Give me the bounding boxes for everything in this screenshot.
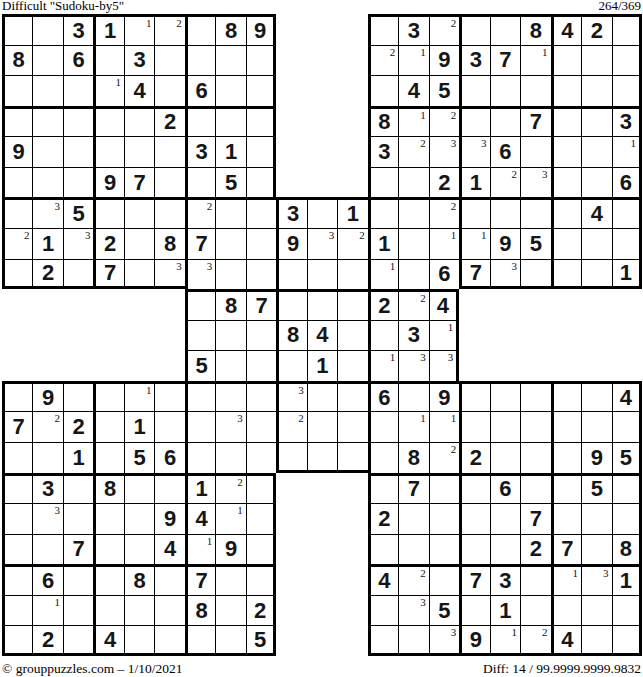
cell-r5c8[interactable] — [246, 167, 276, 198]
cell-r14c14[interactable]: 2 — [429, 442, 459, 473]
cell-r8c8[interactable] — [246, 259, 276, 290]
cell-r4c4[interactable] — [124, 136, 154, 167]
cell-r1c15[interactable]: 3 — [459, 45, 489, 76]
cell-r11c11[interactable] — [337, 350, 367, 381]
cell-r19c2[interactable] — [63, 595, 93, 626]
cell-r0c2[interactable]: 3 — [63, 14, 93, 45]
cell-r16c17[interactable]: 7 — [520, 503, 550, 534]
cell-r3c14[interactable]: 2 — [429, 106, 459, 137]
cell-r4c8[interactable] — [246, 136, 276, 167]
cell-r0c14[interactable]: 2 — [429, 14, 459, 45]
cell-r14c1[interactable] — [32, 442, 62, 473]
cell-r3c4[interactable] — [124, 106, 154, 137]
cell-r6c19[interactable]: 4 — [581, 197, 611, 228]
cell-r17c7[interactable]: 9 — [215, 534, 245, 565]
cell-r14c12[interactable] — [368, 442, 398, 473]
cell-r16c18[interactable] — [551, 503, 581, 534]
cell-r9c6[interactable] — [185, 289, 215, 320]
cell-r4c15[interactable]: 3 — [459, 136, 489, 167]
cell-r7c20[interactable] — [612, 228, 642, 259]
cell-r9c8[interactable]: 7 — [246, 289, 276, 320]
cell-r6c13[interactable] — [398, 197, 428, 228]
cell-r19c13[interactable]: 3 — [398, 595, 428, 626]
cell-r18c3[interactable] — [93, 564, 123, 595]
cell-r12c17[interactable] — [520, 381, 550, 412]
cell-r5c15[interactable]: 1 — [459, 167, 489, 198]
cell-r16c3[interactable] — [93, 503, 123, 534]
cell-r4c20[interactable]: 1 — [612, 136, 642, 167]
cell-r0c1[interactable] — [32, 14, 62, 45]
cell-r7c19[interactable] — [581, 228, 611, 259]
cell-r7c10[interactable]: 3 — [307, 228, 337, 259]
cell-r13c19[interactable] — [581, 411, 611, 442]
cell-r4c3[interactable] — [93, 136, 123, 167]
cell-r6c8[interactable] — [246, 197, 276, 228]
cell-r19c6[interactable]: 8 — [185, 595, 215, 626]
cell-r15c15[interactable] — [459, 473, 489, 504]
cell-r19c7[interactable] — [215, 595, 245, 626]
cell-r14c19[interactable]: 9 — [581, 442, 611, 473]
cell-r8c0[interactable] — [2, 259, 32, 290]
cell-r7c17[interactable]: 5 — [520, 228, 550, 259]
cell-r19c15[interactable] — [459, 595, 489, 626]
cell-r2c13[interactable]: 4 — [398, 75, 428, 106]
cell-r10c6[interactable] — [185, 320, 215, 351]
cell-r15c5[interactable] — [154, 473, 184, 504]
cell-r19c18[interactable] — [551, 595, 581, 626]
cell-r2c1[interactable] — [32, 75, 62, 106]
cell-r10c13[interactable]: 3 — [398, 320, 428, 351]
cell-r12c14[interactable]: 9 — [429, 381, 459, 412]
cell-r5c0[interactable] — [2, 167, 32, 198]
cell-r8c20[interactable]: 1 — [612, 259, 642, 290]
cell-r6c10[interactable] — [307, 197, 337, 228]
cell-r14c7[interactable] — [215, 442, 245, 473]
cell-r5c6[interactable] — [185, 167, 215, 198]
cell-r11c14[interactable]: 3 — [429, 350, 459, 381]
cell-r14c2[interactable]: 1 — [63, 442, 93, 473]
cell-r19c4[interactable] — [124, 595, 154, 626]
cell-r13c0[interactable]: 7 — [2, 411, 32, 442]
cell-r12c16[interactable] — [490, 381, 520, 412]
cell-r18c16[interactable]: 3 — [490, 564, 520, 595]
cell-r5c14[interactable]: 2 — [429, 167, 459, 198]
cell-r6c18[interactable] — [551, 197, 581, 228]
cell-r3c8[interactable] — [246, 106, 276, 137]
cell-r17c16[interactable] — [490, 534, 520, 565]
cell-r2c12[interactable] — [368, 75, 398, 106]
cell-r13c4[interactable]: 1 — [124, 411, 154, 442]
cell-r4c13[interactable]: 2 — [398, 136, 428, 167]
cell-r14c9[interactable] — [276, 442, 306, 473]
cell-r20c16[interactable]: 1 — [490, 625, 520, 656]
cell-r2c4[interactable]: 4 — [124, 75, 154, 106]
cell-r1c8[interactable] — [246, 45, 276, 76]
cell-r15c12[interactable] — [368, 473, 398, 504]
cell-r11c12[interactable]: 1 — [368, 350, 398, 381]
cell-r17c15[interactable] — [459, 534, 489, 565]
cell-r8c11[interactable] — [337, 259, 367, 290]
cell-r13c18[interactable] — [551, 411, 581, 442]
cell-r1c5[interactable] — [154, 45, 184, 76]
cell-r9c9[interactable] — [276, 289, 306, 320]
cell-r1c3[interactable] — [93, 45, 123, 76]
cell-r16c4[interactable] — [124, 503, 154, 534]
cell-r13c3[interactable] — [93, 411, 123, 442]
cell-r8c12[interactable]: 1 — [368, 259, 398, 290]
cell-r8c5[interactable]: 3 — [154, 259, 184, 290]
cell-r6c17[interactable] — [520, 197, 550, 228]
cell-r5c4[interactable]: 7 — [124, 167, 154, 198]
cell-r1c16[interactable]: 7 — [490, 45, 520, 76]
cell-r17c1[interactable] — [32, 534, 62, 565]
cell-r15c4[interactable] — [124, 473, 154, 504]
cell-r15c3[interactable]: 8 — [93, 473, 123, 504]
cell-r19c1[interactable]: 1 — [32, 595, 62, 626]
cell-r15c0[interactable] — [2, 473, 32, 504]
cell-r3c7[interactable] — [215, 106, 245, 137]
cell-r3c2[interactable] — [63, 106, 93, 137]
cell-r10c10[interactable]: 4 — [307, 320, 337, 351]
cell-r3c12[interactable]: 8 — [368, 106, 398, 137]
cell-r15c6[interactable]: 1 — [185, 473, 215, 504]
cell-r17c0[interactable] — [2, 534, 32, 565]
cell-r18c2[interactable] — [63, 564, 93, 595]
cell-r2c15[interactable] — [459, 75, 489, 106]
cell-r1c14[interactable]: 9 — [429, 45, 459, 76]
cell-r16c13[interactable] — [398, 503, 428, 534]
cell-r3c1[interactable] — [32, 106, 62, 137]
cell-r1c1[interactable] — [32, 45, 62, 76]
cell-r20c15[interactable]: 9 — [459, 625, 489, 656]
cell-r0c20[interactable] — [612, 14, 642, 45]
cell-r2c19[interactable] — [581, 75, 611, 106]
cell-r13c15[interactable] — [459, 411, 489, 442]
cell-r17c8[interactable] — [246, 534, 276, 565]
cell-r12c3[interactable] — [93, 381, 123, 412]
cell-r12c5[interactable] — [154, 381, 184, 412]
cell-r8c7[interactable] — [215, 259, 245, 290]
cell-r12c0[interactable] — [2, 381, 32, 412]
cell-r14c18[interactable] — [551, 442, 581, 473]
cell-r20c14[interactable]: 3 — [429, 625, 459, 656]
cell-r20c4[interactable] — [124, 625, 154, 656]
cell-r0c16[interactable] — [490, 14, 520, 45]
cell-r15c14[interactable] — [429, 473, 459, 504]
cell-r0c4[interactable]: 1 — [124, 14, 154, 45]
cell-r5c3[interactable]: 9 — [93, 167, 123, 198]
cell-r18c5[interactable] — [154, 564, 184, 595]
cell-r17c4[interactable] — [124, 534, 154, 565]
cell-r5c7[interactable]: 5 — [215, 167, 245, 198]
cell-r19c0[interactable] — [2, 595, 32, 626]
cell-r13c5[interactable] — [154, 411, 184, 442]
cell-r19c5[interactable] — [154, 595, 184, 626]
cell-r19c16[interactable]: 1 — [490, 595, 520, 626]
cell-r15c20[interactable] — [612, 473, 642, 504]
cell-r18c8[interactable] — [246, 564, 276, 595]
cell-r16c19[interactable] — [581, 503, 611, 534]
cell-r14c3[interactable] — [93, 442, 123, 473]
cell-r3c15[interactable] — [459, 106, 489, 137]
cell-r16c2[interactable] — [63, 503, 93, 534]
cell-r12c4[interactable]: 1 — [124, 381, 154, 412]
cell-r7c4[interactable] — [124, 228, 154, 259]
cell-r1c7[interactable] — [215, 45, 245, 76]
cell-r18c14[interactable] — [429, 564, 459, 595]
cell-r2c5[interactable] — [154, 75, 184, 106]
cell-r13c12[interactable] — [368, 411, 398, 442]
cell-r20c2[interactable] — [63, 625, 93, 656]
cell-r4c17[interactable] — [520, 136, 550, 167]
cell-r13c20[interactable] — [612, 411, 642, 442]
cell-r17c20[interactable]: 8 — [612, 534, 642, 565]
cell-r13c16[interactable] — [490, 411, 520, 442]
cell-r20c12[interactable] — [368, 625, 398, 656]
cell-r10c8[interactable] — [246, 320, 276, 351]
cell-r4c5[interactable] — [154, 136, 184, 167]
cell-r14c5[interactable]: 6 — [154, 442, 184, 473]
cell-r6c12[interactable] — [368, 197, 398, 228]
cell-r4c1[interactable] — [32, 136, 62, 167]
cell-r2c16[interactable] — [490, 75, 520, 106]
cell-r8c13[interactable] — [398, 259, 428, 290]
cell-r4c12[interactable]: 3 — [368, 136, 398, 167]
cell-r0c13[interactable]: 3 — [398, 14, 428, 45]
cell-r13c6[interactable] — [185, 411, 215, 442]
cell-r20c13[interactable] — [398, 625, 428, 656]
cell-r8c10[interactable] — [307, 259, 337, 290]
cell-r16c8[interactable] — [246, 503, 276, 534]
cell-r11c13[interactable]: 3 — [398, 350, 428, 381]
cell-r14c11[interactable] — [337, 442, 367, 473]
cell-r10c11[interactable] — [337, 320, 367, 351]
cell-r12c13[interactable] — [398, 381, 428, 412]
cell-r3c0[interactable] — [2, 106, 32, 137]
cell-r1c18[interactable] — [551, 45, 581, 76]
cell-r7c13[interactable] — [398, 228, 428, 259]
cell-r2c17[interactable] — [520, 75, 550, 106]
cell-r8c2[interactable] — [63, 259, 93, 290]
cell-r1c20[interactable] — [612, 45, 642, 76]
cell-r5c20[interactable]: 6 — [612, 167, 642, 198]
cell-r12c15[interactable] — [459, 381, 489, 412]
cell-r4c7[interactable]: 1 — [215, 136, 245, 167]
cell-r20c1[interactable]: 2 — [32, 625, 62, 656]
cell-r17c12[interactable] — [368, 534, 398, 565]
cell-r3c3[interactable] — [93, 106, 123, 137]
cell-r6c2[interactable]: 5 — [63, 197, 93, 228]
cell-r13c13[interactable]: 1 — [398, 411, 428, 442]
cell-r2c3[interactable]: 1 — [93, 75, 123, 106]
cell-r1c0[interactable]: 8 — [2, 45, 32, 76]
cell-r20c17[interactable]: 2 — [520, 625, 550, 656]
cell-r13c11[interactable] — [337, 411, 367, 442]
cell-r15c8[interactable] — [246, 473, 276, 504]
cell-r7c2[interactable]: 3 — [63, 228, 93, 259]
cell-r17c17[interactable]: 2 — [520, 534, 550, 565]
cell-r7c9[interactable]: 9 — [276, 228, 306, 259]
cell-r15c13[interactable]: 7 — [398, 473, 428, 504]
cell-r1c19[interactable] — [581, 45, 611, 76]
cell-r14c17[interactable] — [520, 442, 550, 473]
cell-r12c19[interactable] — [581, 381, 611, 412]
cell-r17c2[interactable]: 7 — [63, 534, 93, 565]
cell-r4c0[interactable]: 9 — [2, 136, 32, 167]
cell-r6c14[interactable]: 2 — [429, 197, 459, 228]
cell-r20c3[interactable]: 4 — [93, 625, 123, 656]
cell-r18c18[interactable]: 1 — [551, 564, 581, 595]
cell-r5c5[interactable] — [154, 167, 184, 198]
cell-r13c17[interactable] — [520, 411, 550, 442]
cell-r16c15[interactable] — [459, 503, 489, 534]
cell-r14c10[interactable] — [307, 442, 337, 473]
cell-r16c7[interactable]: 1 — [215, 503, 245, 534]
cell-r1c12[interactable]: 2 — [368, 45, 398, 76]
cell-r7c0[interactable]: 2 — [2, 228, 32, 259]
cell-r20c5[interactable] — [154, 625, 184, 656]
cell-r10c14[interactable]: 1 — [429, 320, 459, 351]
cell-r18c17[interactable] — [520, 564, 550, 595]
cell-r18c13[interactable]: 2 — [398, 564, 428, 595]
cell-r0c18[interactable]: 4 — [551, 14, 581, 45]
cell-r2c18[interactable] — [551, 75, 581, 106]
cell-r17c13[interactable] — [398, 534, 428, 565]
cell-r5c17[interactable]: 3 — [520, 167, 550, 198]
cell-r8c16[interactable]: 3 — [490, 259, 520, 290]
cell-r12c12[interactable]: 6 — [368, 381, 398, 412]
cell-r14c0[interactable] — [2, 442, 32, 473]
cell-r8c19[interactable] — [581, 259, 611, 290]
cell-r0c7[interactable]: 8 — [215, 14, 245, 45]
cell-r5c16[interactable]: 2 — [490, 167, 520, 198]
cell-r3c18[interactable] — [551, 106, 581, 137]
cell-r7c14[interactable]: 1 — [429, 228, 459, 259]
cell-r19c12[interactable] — [368, 595, 398, 626]
cell-r14c13[interactable]: 8 — [398, 442, 428, 473]
cell-r17c3[interactable] — [93, 534, 123, 565]
cell-r13c9[interactable]: 2 — [276, 411, 306, 442]
cell-r20c7[interactable] — [215, 625, 245, 656]
cell-r18c6[interactable]: 7 — [185, 564, 215, 595]
cell-r12c11[interactable] — [337, 381, 367, 412]
cell-r10c9[interactable]: 8 — [276, 320, 306, 351]
cell-r3c17[interactable]: 7 — [520, 106, 550, 137]
cell-r14c4[interactable]: 5 — [124, 442, 154, 473]
cell-r20c19[interactable] — [581, 625, 611, 656]
cell-r0c0[interactable] — [2, 14, 32, 45]
cell-r4c2[interactable] — [63, 136, 93, 167]
cell-r14c15[interactable]: 2 — [459, 442, 489, 473]
cell-r12c6[interactable] — [185, 381, 215, 412]
cell-r20c8[interactable]: 5 — [246, 625, 276, 656]
cell-r0c15[interactable] — [459, 14, 489, 45]
cell-r16c1[interactable]: 3 — [32, 503, 62, 534]
cell-r12c2[interactable] — [63, 381, 93, 412]
cell-r12c10[interactable] — [307, 381, 337, 412]
cell-r2c2[interactable] — [63, 75, 93, 106]
cell-r10c12[interactable] — [368, 320, 398, 351]
cell-r20c20[interactable] — [612, 625, 642, 656]
cell-r1c4[interactable]: 3 — [124, 45, 154, 76]
cell-r4c19[interactable] — [581, 136, 611, 167]
cell-r19c3[interactable] — [93, 595, 123, 626]
cell-r6c15[interactable] — [459, 197, 489, 228]
cell-r7c8[interactable] — [246, 228, 276, 259]
cell-r5c19[interactable] — [581, 167, 611, 198]
cell-r16c6[interactable]: 4 — [185, 503, 215, 534]
cell-r12c18[interactable] — [551, 381, 581, 412]
cell-r16c20[interactable] — [612, 503, 642, 534]
cell-r8c18[interactable] — [551, 259, 581, 290]
cell-r9c11[interactable] — [337, 289, 367, 320]
cell-r14c16[interactable] — [490, 442, 520, 473]
cell-r8c14[interactable]: 6 — [429, 259, 459, 290]
cell-r17c19[interactable] — [581, 534, 611, 565]
cell-r3c16[interactable] — [490, 106, 520, 137]
cell-r19c14[interactable]: 5 — [429, 595, 459, 626]
cell-r1c2[interactable]: 6 — [63, 45, 93, 76]
cell-r4c18[interactable] — [551, 136, 581, 167]
cell-r7c18[interactable] — [551, 228, 581, 259]
cell-r19c20[interactable] — [612, 595, 642, 626]
cell-r11c7[interactable] — [215, 350, 245, 381]
cell-r11c9[interactable] — [276, 350, 306, 381]
cell-r7c5[interactable]: 8 — [154, 228, 184, 259]
cell-r4c14[interactable]: 3 — [429, 136, 459, 167]
cell-r6c6[interactable]: 2 — [185, 197, 215, 228]
cell-r12c1[interactable]: 9 — [32, 381, 62, 412]
cell-r0c19[interactable]: 2 — [581, 14, 611, 45]
cell-r13c14[interactable]: 1 — [429, 411, 459, 442]
cell-r18c7[interactable] — [215, 564, 245, 595]
cell-r6c0[interactable] — [2, 197, 32, 228]
cell-r3c19[interactable] — [581, 106, 611, 137]
cell-r2c7[interactable] — [215, 75, 245, 106]
cell-r16c5[interactable]: 9 — [154, 503, 184, 534]
cell-r1c13[interactable]: 1 — [398, 45, 428, 76]
cell-r15c19[interactable]: 5 — [581, 473, 611, 504]
cell-r16c16[interactable] — [490, 503, 520, 534]
cell-r14c8[interactable] — [246, 442, 276, 473]
cell-r2c6[interactable]: 6 — [185, 75, 215, 106]
cell-r13c8[interactable] — [246, 411, 276, 442]
cell-r5c2[interactable] — [63, 167, 93, 198]
cell-r9c12[interactable]: 2 — [368, 289, 398, 320]
cell-r14c6[interactable] — [185, 442, 215, 473]
cell-r18c4[interactable]: 8 — [124, 564, 154, 595]
cell-r0c17[interactable]: 8 — [520, 14, 550, 45]
cell-r15c18[interactable] — [551, 473, 581, 504]
cell-r18c15[interactable]: 7 — [459, 564, 489, 595]
cell-r7c15[interactable]: 1 — [459, 228, 489, 259]
cell-r9c10[interactable] — [307, 289, 337, 320]
cell-r15c17[interactable] — [520, 473, 550, 504]
cell-r5c1[interactable] — [32, 167, 62, 198]
cell-r2c20[interactable] — [612, 75, 642, 106]
cell-r16c0[interactable] — [2, 503, 32, 534]
cell-r15c7[interactable]: 2 — [215, 473, 245, 504]
cell-r6c4[interactable] — [124, 197, 154, 228]
cell-r8c4[interactable] — [124, 259, 154, 290]
cell-r16c12[interactable]: 2 — [368, 503, 398, 534]
cell-r7c11[interactable]: 2 — [337, 228, 367, 259]
cell-r4c6[interactable]: 3 — [185, 136, 215, 167]
cell-r0c5[interactable]: 2 — [154, 14, 184, 45]
cell-r13c1[interactable]: 2 — [32, 411, 62, 442]
cell-r13c2[interactable]: 2 — [63, 411, 93, 442]
cell-r0c6[interactable] — [185, 14, 215, 45]
